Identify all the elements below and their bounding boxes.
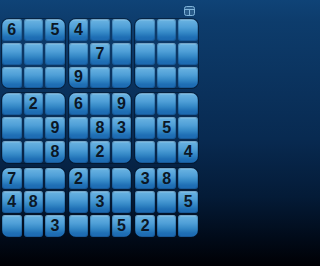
cell-r6c3[interactable]: 8 (45, 141, 65, 163)
cell-r5c5[interactable]: 8 (90, 117, 110, 139)
grid-menu-icon[interactable] (184, 2, 195, 12)
cell-r4c2[interactable]: 2 (24, 93, 44, 115)
sudoku-board: 65479298698325474832353852 (2, 19, 198, 237)
cell-r7c6[interactable] (112, 168, 132, 190)
cell-r2c2[interactable] (24, 43, 44, 65)
cell-r6c1[interactable] (2, 141, 22, 163)
cell-r1c7[interactable] (135, 19, 155, 41)
cell-r8c5[interactable]: 3 (90, 191, 110, 213)
cell-r8c1[interactable]: 4 (2, 191, 22, 213)
cell-r8c4[interactable] (69, 191, 89, 213)
cell-r3c8[interactable] (157, 67, 177, 89)
cell-r3c7[interactable] (135, 67, 155, 89)
cell-r3c3[interactable] (45, 67, 65, 89)
box-7: 7483 (2, 168, 65, 237)
cell-r6c4[interactable] (69, 141, 89, 163)
cell-r7c4[interactable]: 2 (69, 168, 89, 190)
cell-r5c3[interactable]: 9 (45, 117, 65, 139)
box-6: 54 (135, 93, 198, 162)
cell-r8c2[interactable]: 8 (24, 191, 44, 213)
cell-r3c9[interactable] (178, 67, 198, 89)
box-4: 298 (2, 93, 65, 162)
cell-r8c9[interactable]: 5 (178, 191, 198, 213)
cell-r9c9[interactable] (178, 215, 198, 237)
box-2: 479 (69, 19, 132, 88)
cell-r1c1[interactable]: 6 (2, 19, 22, 41)
cell-r5c2[interactable] (24, 117, 44, 139)
cell-r1c5[interactable] (90, 19, 110, 41)
cell-r5c1[interactable] (2, 117, 22, 139)
cell-r4c9[interactable] (178, 93, 198, 115)
cell-r7c1[interactable]: 7 (2, 168, 22, 190)
cell-r4c4[interactable]: 6 (69, 93, 89, 115)
cell-r2c3[interactable] (45, 43, 65, 65)
cell-r5c8[interactable]: 5 (157, 117, 177, 139)
cell-r1c6[interactable] (112, 19, 132, 41)
cell-r2c5[interactable]: 7 (90, 43, 110, 65)
cell-r7c5[interactable] (90, 168, 110, 190)
cell-r2c8[interactable] (157, 43, 177, 65)
cell-r3c5[interactable] (90, 67, 110, 89)
cell-r3c4[interactable]: 9 (69, 67, 89, 89)
cell-r1c2[interactable] (24, 19, 44, 41)
cell-r2c6[interactable] (112, 43, 132, 65)
cell-r1c3[interactable]: 5 (45, 19, 65, 41)
cell-r4c8[interactable] (157, 93, 177, 115)
box-1: 65 (2, 19, 65, 88)
cell-r3c6[interactable] (112, 67, 132, 89)
cell-r6c6[interactable] (112, 141, 132, 163)
cell-r7c8[interactable]: 8 (157, 168, 177, 190)
cell-r7c3[interactable] (45, 168, 65, 190)
cell-r9c2[interactable] (24, 215, 44, 237)
cell-r1c8[interactable] (157, 19, 177, 41)
cell-r3c2[interactable] (24, 67, 44, 89)
cell-r5c4[interactable] (69, 117, 89, 139)
cell-r2c7[interactable] (135, 43, 155, 65)
cell-r7c7[interactable]: 3 (135, 168, 155, 190)
cell-r8c8[interactable] (157, 191, 177, 213)
cell-r2c9[interactable] (178, 43, 198, 65)
cell-r9c1[interactable] (2, 215, 22, 237)
cell-r4c1[interactable] (2, 93, 22, 115)
cell-r4c7[interactable] (135, 93, 155, 115)
cell-r9c6[interactable]: 5 (112, 215, 132, 237)
cell-r9c4[interactable] (69, 215, 89, 237)
cell-r5c6[interactable]: 3 (112, 117, 132, 139)
cell-r2c4[interactable] (69, 43, 89, 65)
cell-r4c6[interactable]: 9 (112, 93, 132, 115)
box-9: 3852 (135, 168, 198, 237)
cell-r4c5[interactable] (90, 93, 110, 115)
cell-r9c3[interactable]: 3 (45, 215, 65, 237)
top-bar (0, 0, 200, 18)
cell-r6c2[interactable] (24, 141, 44, 163)
cell-r8c6[interactable] (112, 191, 132, 213)
cell-r4c3[interactable] (45, 93, 65, 115)
cell-r7c2[interactable] (24, 168, 44, 190)
cell-r5c7[interactable] (135, 117, 155, 139)
cell-r1c4[interactable]: 4 (69, 19, 89, 41)
cell-r8c3[interactable] (45, 191, 65, 213)
cell-r9c8[interactable] (157, 215, 177, 237)
cell-r8c7[interactable] (135, 191, 155, 213)
cell-r7c9[interactable] (178, 168, 198, 190)
box-5: 69832 (69, 93, 132, 162)
cell-r6c9[interactable]: 4 (178, 141, 198, 163)
cell-r6c7[interactable] (135, 141, 155, 163)
cell-r3c1[interactable] (2, 67, 22, 89)
box-8: 235 (69, 168, 132, 237)
cell-r6c8[interactable] (157, 141, 177, 163)
cell-r1c9[interactable] (178, 19, 198, 41)
cell-r9c7[interactable]: 2 (135, 215, 155, 237)
cell-r5c9[interactable] (178, 117, 198, 139)
cell-r6c5[interactable]: 2 (90, 141, 110, 163)
box-3 (135, 19, 198, 88)
cell-r2c1[interactable] (2, 43, 22, 65)
cell-r9c5[interactable] (90, 215, 110, 237)
